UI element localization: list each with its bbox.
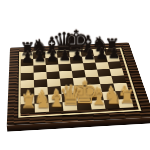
- black-rook-h8: ♜: [104, 37, 120, 55]
- square-b1: ♞: [35, 103, 50, 112]
- square-f1: ♝: [90, 100, 106, 109]
- square-h1: ♜: [117, 99, 133, 108]
- square-a5: [21, 73, 34, 81]
- board-maple-border: ♜♞♝♛♚♝♞♜♟♟♟♟♟♟♟♟♟♟♟♟♟♟♟♟♜♞♝♛♚♝♞♜: [18, 47, 141, 117]
- square-a1: ♜: [21, 104, 35, 114]
- board-frame: ♜♞♝♛♚♝♞♜♟♟♟♟♟♟♟♟♟♟♟♟♟♟♟♟♜♞♝♛♚♝♞♜: [7, 42, 150, 125]
- square-h4: [111, 75, 126, 83]
- square-c1: ♝: [49, 102, 64, 111]
- square-g4: [99, 76, 114, 84]
- square-g3: [100, 83, 115, 91]
- square-d1: ♛: [62, 102, 77, 111]
- square-a3: [21, 88, 35, 97]
- black-knight-b8: ♞: [30, 37, 48, 58]
- square-d4: [60, 78, 74, 86]
- square-c4: [47, 79, 61, 87]
- square-h5: [109, 68, 124, 76]
- square-h7: ♟: [106, 55, 120, 62]
- board-tilt-wrapper: ♜♞♝♛♚♝♞♜♟♟♟♟♟♟♟♟♟♟♟♟♟♟♟♟♜♞♝♛♚♝♞♜: [7, 42, 150, 125]
- square-d5: [59, 71, 73, 79]
- board-squares: ♜♞♝♛♚♝♞♜♟♟♟♟♟♟♟♟♟♟♟♟♟♟♟♟♜♞♝♛♚♝♞♜: [21, 49, 134, 114]
- chess-set-photo: ♜♞♝♛♚♝♞♜♟♟♟♟♟♟♟♟♟♟♟♟♟♟♟♟♜♞♝♛♚♝♞♜: [0, 0, 150, 150]
